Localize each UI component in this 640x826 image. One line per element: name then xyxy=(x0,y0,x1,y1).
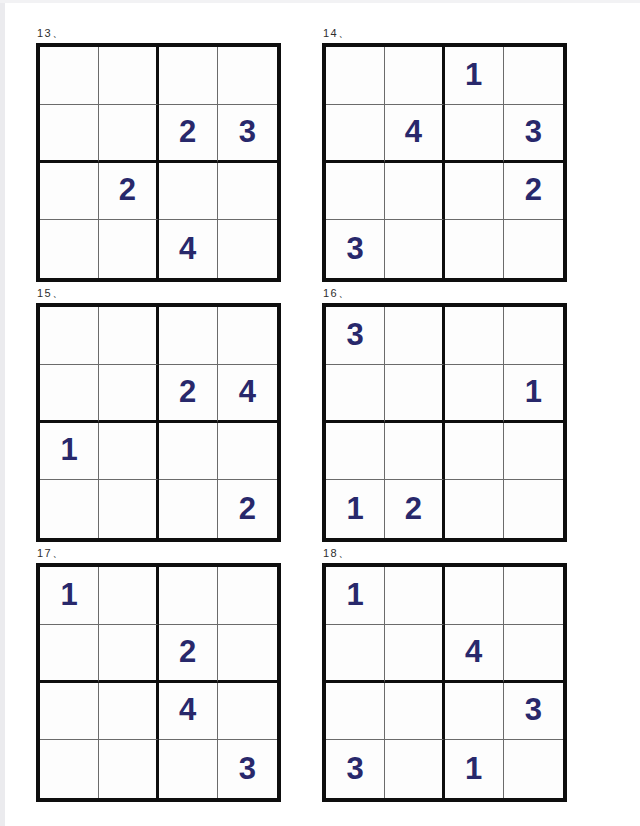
cell-r1c2[interactable] xyxy=(385,47,444,105)
cell-r3c2[interactable]: 2 xyxy=(99,163,158,221)
cell-r3c1[interactable] xyxy=(40,683,99,741)
cell-r1c1[interactable] xyxy=(40,307,99,365)
cell-r1c2[interactable] xyxy=(99,307,158,365)
cell-r4c4[interactable] xyxy=(504,740,563,798)
given-digit: 1 xyxy=(61,434,78,465)
cell-r2c2[interactable] xyxy=(385,365,444,423)
cell-r3c2[interactable] xyxy=(385,423,444,481)
cell-r4c1[interactable]: 3 xyxy=(326,220,385,278)
sudoku-board-16: 3112 xyxy=(322,303,567,542)
cell-r2c1[interactable] xyxy=(40,365,99,423)
given-digit: 4 xyxy=(465,636,482,667)
cell-r2c1[interactable] xyxy=(40,105,99,163)
cell-r1c3[interactable] xyxy=(445,567,504,625)
cell-r3c3[interactable] xyxy=(445,163,504,221)
cell-r2c3[interactable] xyxy=(445,365,504,423)
puzzle-13: 13、 2324 xyxy=(36,26,281,282)
cell-r2c3[interactable]: 4 xyxy=(445,625,504,683)
cell-r1c1[interactable]: 1 xyxy=(40,567,99,625)
given-digit: 1 xyxy=(465,753,482,784)
cell-r3c3[interactable] xyxy=(159,163,218,221)
cell-r3c4[interactable]: 2 xyxy=(504,163,563,221)
cell-r4c1[interactable]: 1 xyxy=(326,480,385,538)
cell-r1c4[interactable] xyxy=(504,47,563,105)
cell-r1c3[interactable] xyxy=(159,47,218,105)
puzzle-number-label: 17、 xyxy=(37,546,281,560)
cell-r2c3[interactable]: 2 xyxy=(159,365,218,423)
puzzle-18: 18、 14331 xyxy=(322,546,567,802)
page-edge-top-shadow xyxy=(0,0,640,3)
cell-r2c1[interactable] xyxy=(326,105,385,163)
cell-r4c2[interactable] xyxy=(385,220,444,278)
given-digit: 3 xyxy=(525,116,542,147)
cell-r1c4[interactable] xyxy=(504,307,563,365)
cell-r3c1[interactable]: 1 xyxy=(40,423,99,481)
sudoku-board-15: 2412 xyxy=(36,303,281,542)
given-digit: 3 xyxy=(239,116,256,147)
puzzle-16: 16、 3112 xyxy=(322,286,567,542)
puzzle-number-label: 14、 xyxy=(323,26,567,40)
cell-r4c2[interactable] xyxy=(385,740,444,798)
cell-r4c1[interactable] xyxy=(40,220,99,278)
cell-r2c2[interactable]: 4 xyxy=(385,105,444,163)
cell-r2c1[interactable] xyxy=(326,365,385,423)
cell-r1c2[interactable] xyxy=(385,307,444,365)
cell-r1c1[interactable]: 3 xyxy=(326,307,385,365)
cell-r1c4[interactable] xyxy=(218,307,277,365)
cell-r2c2[interactable] xyxy=(99,105,158,163)
cell-r3c1[interactable] xyxy=(40,163,99,221)
puzzle-17: 17、 1243 xyxy=(36,546,281,802)
cell-r1c4[interactable] xyxy=(218,47,277,105)
cell-r4c2[interactable] xyxy=(99,480,158,538)
cell-r1c1[interactable]: 1 xyxy=(326,567,385,625)
sudoku-board-13: 2324 xyxy=(36,43,281,282)
cell-r4c4[interactable] xyxy=(504,480,563,538)
cell-r2c3[interactable]: 2 xyxy=(159,625,218,683)
given-digit: 2 xyxy=(405,493,422,524)
cell-r4c3[interactable] xyxy=(445,480,504,538)
cell-r1c3[interactable]: 1 xyxy=(445,47,504,105)
given-digit: 2 xyxy=(179,116,196,147)
cell-r3c2[interactable] xyxy=(385,163,444,221)
cell-r3c1[interactable] xyxy=(326,423,385,481)
puzzle-number-label: 16、 xyxy=(323,286,567,300)
cell-r1c1[interactable] xyxy=(40,47,99,105)
given-digit: 1 xyxy=(525,376,542,407)
cell-r2c2[interactable] xyxy=(385,625,444,683)
given-digit: 2 xyxy=(525,174,542,205)
cell-r2c2[interactable] xyxy=(99,365,158,423)
cell-r2c4[interactable] xyxy=(218,625,277,683)
cell-r3c3[interactable] xyxy=(159,423,218,481)
cell-r4c1[interactable]: 3 xyxy=(326,740,385,798)
cell-r4c2[interactable] xyxy=(99,220,158,278)
puzzle-number-label: 15、 xyxy=(37,286,281,300)
given-digit: 4 xyxy=(179,694,196,725)
cell-r3c2[interactable] xyxy=(385,683,444,741)
cell-r4c3[interactable]: 4 xyxy=(159,220,218,278)
cell-r3c4[interactable] xyxy=(218,423,277,481)
cell-r3c2[interactable] xyxy=(99,683,158,741)
sudoku-board-14: 14323 xyxy=(322,43,567,282)
cell-r3c3[interactable]: 4 xyxy=(159,683,218,741)
given-digit: 3 xyxy=(239,753,256,784)
cell-r1c4[interactable] xyxy=(218,567,277,625)
puzzle-number-label: 18、 xyxy=(323,546,567,560)
cell-r4c1[interactable] xyxy=(40,480,99,538)
cell-r4c4[interactable]: 2 xyxy=(218,480,277,538)
cell-r4c3[interactable]: 1 xyxy=(445,740,504,798)
cell-r1c2[interactable] xyxy=(99,567,158,625)
cell-r1c3[interactable] xyxy=(159,567,218,625)
given-digit: 3 xyxy=(347,233,364,264)
cell-r1c2[interactable] xyxy=(385,567,444,625)
given-digit: 1 xyxy=(465,59,482,90)
cell-r2c1[interactable] xyxy=(40,625,99,683)
given-digit: 1 xyxy=(347,493,364,524)
cell-r4c3[interactable] xyxy=(159,740,218,798)
cell-r2c1[interactable] xyxy=(326,625,385,683)
given-digit: 3 xyxy=(525,694,542,725)
cell-r2c4[interactable]: 4 xyxy=(218,365,277,423)
cell-r1c3[interactable] xyxy=(159,307,218,365)
cell-r2c2[interactable] xyxy=(99,625,158,683)
cell-r1c4[interactable] xyxy=(504,567,563,625)
cell-r4c2[interactable]: 2 xyxy=(385,480,444,538)
cell-r3c1[interactable] xyxy=(326,683,385,741)
cell-r2c3[interactable]: 2 xyxy=(159,105,218,163)
puzzle-15: 15、 2412 xyxy=(36,286,281,542)
puzzle-number-label: 13、 xyxy=(37,26,281,40)
cell-r2c4[interactable] xyxy=(504,625,563,683)
cell-r3c1[interactable] xyxy=(326,163,385,221)
given-digit: 2 xyxy=(239,493,256,524)
cell-r1c3[interactable] xyxy=(445,307,504,365)
cell-r4c4[interactable] xyxy=(504,220,563,278)
cell-r1c1[interactable] xyxy=(326,47,385,105)
puzzle-sheet: 13、 2324 14、 14323 15、 2412 16、 3112 17、… xyxy=(36,26,567,802)
given-digit: 3 xyxy=(347,319,364,350)
sudoku-board-18: 14331 xyxy=(322,563,567,802)
cell-r4c4[interactable] xyxy=(218,220,277,278)
cell-r4c3[interactable] xyxy=(445,220,504,278)
cell-r1c2[interactable] xyxy=(99,47,158,105)
puzzle-14: 14、 14323 xyxy=(322,26,567,282)
cell-r4c4[interactable]: 3 xyxy=(218,740,277,798)
given-digit: 2 xyxy=(179,376,196,407)
given-digit: 4 xyxy=(405,116,422,147)
cell-r3c3[interactable] xyxy=(445,683,504,741)
cell-r4c1[interactable] xyxy=(40,740,99,798)
given-digit: 4 xyxy=(179,233,196,264)
given-digit: 3 xyxy=(347,753,364,784)
cell-r4c3[interactable] xyxy=(159,480,218,538)
cell-r3c3[interactable] xyxy=(445,423,504,481)
cell-r2c3[interactable] xyxy=(445,105,504,163)
cell-r2c4[interactable]: 1 xyxy=(504,365,563,423)
cell-r3c2[interactable] xyxy=(99,423,158,481)
page-edge-left-shadow xyxy=(0,0,5,826)
given-digit: 4 xyxy=(239,376,256,407)
given-digit: 1 xyxy=(61,579,78,610)
given-digit: 2 xyxy=(179,636,196,667)
cell-r3c4[interactable] xyxy=(218,163,277,221)
cell-r3c4[interactable] xyxy=(218,683,277,741)
cell-r2c4[interactable]: 3 xyxy=(218,105,277,163)
cell-r3c4[interactable] xyxy=(504,423,563,481)
cell-r2c4[interactable]: 3 xyxy=(504,105,563,163)
cell-r4c2[interactable] xyxy=(99,740,158,798)
sudoku-board-17: 1243 xyxy=(36,563,281,802)
given-digit: 2 xyxy=(119,174,136,205)
given-digit: 1 xyxy=(347,579,364,610)
cell-r3c4[interactable]: 3 xyxy=(504,683,563,741)
